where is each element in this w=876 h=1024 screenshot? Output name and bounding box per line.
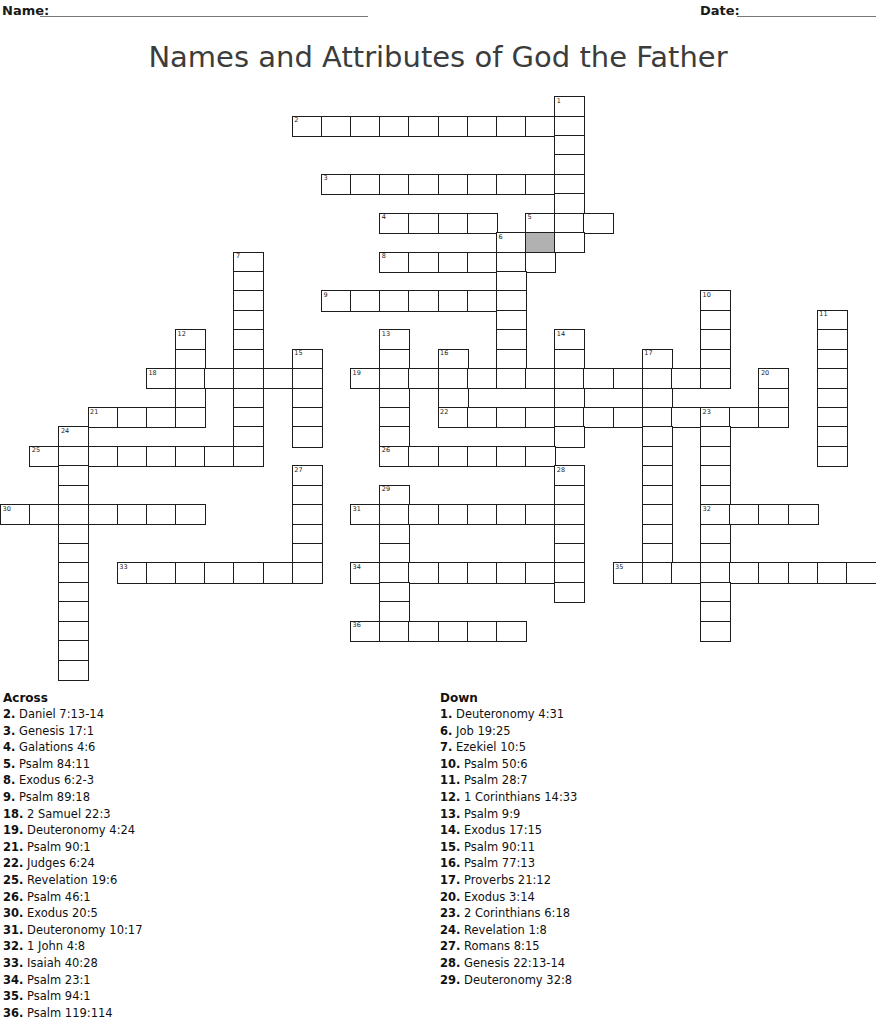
grid-cell[interactable]	[233, 407, 264, 428]
clue-number: 23	[703, 409, 711, 416]
grid-cell[interactable]: 4	[379, 213, 410, 234]
grid-cell[interactable]	[700, 485, 731, 506]
clue-item-text: Deuteronomy 4:31	[452, 707, 564, 721]
grid-cell[interactable]	[438, 621, 469, 642]
grid-cell[interactable]	[758, 388, 789, 409]
grid-cell[interactable]: 24	[58, 426, 89, 447]
grid-cell[interactable]: 36	[350, 621, 381, 642]
grid-cell[interactable]	[379, 621, 410, 642]
grid-cell[interactable]: 6	[496, 232, 527, 253]
clue-number: 2	[294, 117, 298, 124]
grid-cell[interactable]	[700, 446, 731, 467]
clue-item-number: 33.	[3, 956, 23, 970]
grid-cell[interactable]	[642, 368, 673, 389]
grid-cell[interactable]	[642, 388, 673, 409]
clue-item-text: Psalm 28:7	[460, 773, 527, 787]
grid-cell[interactable]	[583, 368, 614, 389]
grid-cell[interactable]	[438, 116, 469, 137]
grid-cell[interactable]	[642, 504, 673, 525]
grid-cell[interactable]	[146, 446, 177, 467]
grid-cell[interactable]	[292, 426, 323, 447]
grid-cell[interactable]: 26	[379, 446, 410, 467]
clue-item-number: 6.	[440, 724, 452, 738]
grid-cell[interactable]	[496, 407, 527, 428]
grid-cell[interactable]: 19	[350, 368, 381, 389]
clue-item-number: 3.	[3, 724, 15, 738]
grid-cell[interactable]	[88, 446, 119, 467]
clue-item: 8. Exodus 6:2-3	[3, 772, 433, 789]
grid-cell[interactable]	[467, 213, 498, 234]
clue-item-number: 23.	[440, 906, 460, 920]
grid-cell[interactable]: 2	[292, 116, 323, 137]
grid-cell[interactable]	[496, 368, 527, 389]
clue-number: 24	[61, 428, 69, 435]
grid-cell[interactable]: 13	[379, 329, 410, 350]
clue-item-text: Exodus 6:2-3	[15, 773, 94, 787]
grid-cell[interactable]	[817, 446, 848, 467]
grid-cell[interactable]	[350, 290, 381, 311]
grid-cell[interactable]	[408, 368, 439, 389]
grid-cell[interactable]	[700, 601, 731, 622]
grid-cell[interactable]	[379, 582, 410, 603]
clue-item-number: 30.	[3, 906, 23, 920]
clue-item-text: Psalm 90:1	[23, 840, 90, 854]
grid-cell[interactable]	[438, 388, 469, 409]
grid-cell[interactable]	[408, 174, 439, 195]
grid-cell[interactable]	[554, 349, 585, 370]
clue-item: 36. Psalm 119:114	[3, 1005, 433, 1022]
grid-cell[interactable]	[379, 290, 410, 311]
grid-cell[interactable]	[350, 116, 381, 137]
grid-cell[interactable]	[554, 116, 585, 137]
grid-cell[interactable]	[233, 388, 264, 409]
grid-cell[interactable]	[292, 368, 323, 389]
grid-cell[interactable]	[525, 407, 556, 428]
clue-item-text: Exodus 17:15	[460, 823, 542, 837]
grid-cell[interactable]	[758, 504, 789, 525]
grid-cell[interactable]	[408, 116, 439, 137]
name-input-line[interactable]	[40, 16, 368, 17]
grid-cell[interactable]	[379, 426, 410, 447]
grid-cell[interactable]	[671, 368, 702, 389]
grid-cell[interactable]	[438, 368, 469, 389]
clue-item-number: 16.	[440, 856, 460, 870]
grid-cell[interactable]	[496, 174, 527, 195]
grid-cell[interactable]	[408, 290, 439, 311]
grid-cell[interactable]	[788, 562, 819, 583]
clue-item-number: 25.	[3, 873, 23, 887]
grid-cell[interactable]	[758, 407, 789, 428]
grid-cell[interactable]	[58, 660, 89, 681]
grid-cell[interactable]	[146, 562, 177, 583]
grid-cell[interactable]	[788, 504, 819, 525]
clue-item-number: 34.	[3, 973, 23, 987]
grid-cell[interactable]: 20	[758, 368, 789, 389]
grid-cell[interactable]	[729, 504, 760, 525]
grid-cell[interactable]	[642, 524, 673, 545]
shaded-cell[interactable]	[525, 232, 556, 253]
grid-cell[interactable]	[379, 174, 410, 195]
grid-cell[interactable]	[671, 407, 702, 428]
grid-cell[interactable]: 34	[350, 562, 381, 583]
clue-number: 6	[498, 234, 502, 241]
grid-cell[interactable]	[408, 252, 439, 273]
grid-cell[interactable]	[408, 213, 439, 234]
grid-cell[interactable]	[408, 446, 439, 467]
grid-cell[interactable]: 7	[233, 252, 264, 273]
grid-cell[interactable]	[350, 174, 381, 195]
grid-cell[interactable]: 10	[700, 290, 731, 311]
clue-item-text: Job 19:25	[452, 724, 510, 738]
clue-number: 1	[557, 98, 561, 105]
clue-item: 17. Proverbs 21:12	[440, 872, 870, 889]
grid-cell[interactable]	[583, 407, 614, 428]
grid-cell[interactable]	[496, 271, 527, 292]
grid-cell[interactable]	[379, 349, 410, 370]
grid-cell[interactable]	[292, 407, 323, 428]
grid-cell[interactable]	[613, 407, 644, 428]
grid-cell[interactable]	[263, 562, 294, 583]
grid-cell[interactable]	[175, 407, 206, 428]
grid-cell[interactable]	[700, 582, 731, 603]
grid-cell[interactable]	[58, 582, 89, 603]
grid-cell[interactable]	[554, 562, 585, 583]
grid-cell[interactable]	[233, 368, 264, 389]
clue-item-text: Psalm 84:11	[15, 757, 90, 771]
grid-cell[interactable]	[379, 368, 410, 389]
grid-cell[interactable]	[58, 524, 89, 545]
clue-number: 10	[703, 292, 711, 299]
grid-cell[interactable]	[700, 329, 731, 350]
grid-cell[interactable]	[379, 407, 410, 428]
grid-cell[interactable]	[554, 368, 585, 389]
grid-cell[interactable]: 8	[379, 252, 410, 273]
grid-cell[interactable]	[379, 524, 410, 545]
grid-cell[interactable]	[204, 368, 235, 389]
grid-cell[interactable]: 17	[642, 349, 673, 370]
grid-cell[interactable]	[379, 601, 410, 622]
grid-cell[interactable]	[554, 388, 585, 409]
clue-item-text: Psalm 46:1	[23, 890, 90, 904]
grid-cell[interactable]	[671, 562, 702, 583]
clue-item: 9. Psalm 89:18	[3, 789, 433, 806]
grid-cell[interactable]	[175, 368, 206, 389]
grid-cell[interactable]	[525, 252, 556, 273]
clue-number: 13	[382, 331, 390, 338]
clue-number: 14	[557, 331, 565, 338]
grid-cell[interactable]	[554, 407, 585, 428]
clue-item: 27. Romans 8:15	[440, 938, 870, 955]
grid-cell[interactable]	[88, 504, 119, 525]
grid-cell[interactable]	[496, 329, 527, 350]
grid-cell[interactable]	[117, 504, 148, 525]
grid-cell[interactable]	[817, 562, 848, 583]
grid-cell[interactable]: 29	[379, 485, 410, 506]
grid-cell[interactable]: 18	[146, 368, 177, 389]
grid-cell[interactable]	[496, 310, 527, 331]
grid-cell[interactable]	[438, 290, 469, 311]
grid-cell[interactable]	[496, 116, 527, 137]
grid-cell[interactable]	[525, 116, 556, 137]
grid-cell[interactable]	[554, 135, 585, 156]
grid-cell[interactable]	[700, 426, 731, 447]
grid-cell[interactable]: 21	[88, 407, 119, 428]
clue-number: 30	[3, 506, 11, 513]
clue-item-number: 11.	[440, 773, 460, 787]
grid-cell[interactable]: 11	[817, 310, 848, 331]
grid-cell[interactable]: 23	[700, 407, 731, 428]
grid-cell[interactable]	[642, 426, 673, 447]
clue-item: 7. Ezekiel 10:5	[440, 739, 870, 756]
clue-item-text: Deuteronomy 10:17	[23, 923, 142, 937]
grid-cell[interactable]	[496, 252, 527, 273]
grid-cell[interactable]	[525, 174, 556, 195]
grid-cell[interactable]	[175, 504, 206, 525]
grid-cell[interactable]	[554, 485, 585, 506]
grid-cell[interactable]	[613, 368, 644, 389]
clue-number: 27	[294, 467, 302, 474]
grid-cell[interactable]	[117, 446, 148, 467]
grid-cell[interactable]	[438, 504, 469, 525]
grid-cell[interactable]	[554, 426, 585, 447]
grid-cell[interactable]	[554, 232, 585, 253]
grid-cell[interactable]	[496, 446, 527, 467]
grid-cell[interactable]	[438, 446, 469, 467]
grid-cell[interactable]	[554, 154, 585, 175]
grid-cell[interactable]	[700, 465, 731, 486]
grid-cell[interactable]	[525, 368, 556, 389]
grid-cell[interactable]	[554, 193, 585, 214]
grid-cell[interactable]	[467, 407, 498, 428]
clue-item-text: Revelation 19:6	[23, 873, 117, 887]
grid-cell[interactable]	[408, 504, 439, 525]
grid-cell[interactable]	[554, 504, 585, 525]
grid-cell[interactable]	[846, 562, 876, 583]
grid-cell[interactable]: 28	[554, 465, 585, 486]
grid-cell[interactable]	[175, 388, 206, 409]
grid-cell[interactable]	[146, 407, 177, 428]
grid-cell[interactable]	[292, 504, 323, 525]
clue-item-text: Isaiah 40:28	[23, 956, 97, 970]
grid-cell[interactable]	[438, 213, 469, 234]
grid-cell[interactable]	[700, 524, 731, 545]
grid-cell[interactable]	[729, 562, 760, 583]
grid-cell[interactable]	[817, 329, 848, 350]
grid-cell[interactable]	[438, 252, 469, 273]
clue-item-text: Exodus 20:5	[23, 906, 97, 920]
grid-cell[interactable]	[496, 504, 527, 525]
grid-cell[interactable]: 3	[321, 174, 352, 195]
grid-cell[interactable]	[233, 446, 264, 467]
clue-number: 12	[178, 331, 186, 338]
grid-cell[interactable]	[496, 290, 527, 311]
grid-cell[interactable]	[729, 407, 760, 428]
grid-cell[interactable]	[554, 582, 585, 603]
grid-cell[interactable]	[146, 504, 177, 525]
grid-cell[interactable]	[408, 562, 439, 583]
grid-cell[interactable]	[233, 329, 264, 350]
grid-cell[interactable]	[700, 543, 731, 564]
clue-number: 28	[557, 467, 565, 474]
grid-cell[interactable]	[58, 621, 89, 642]
across-title: Across	[3, 690, 433, 706]
grid-cell[interactable]: 5	[525, 213, 556, 234]
grid-cell[interactable]	[467, 290, 498, 311]
grid-cell[interactable]	[467, 562, 498, 583]
grid-cell[interactable]	[58, 543, 89, 564]
grid-cell[interactable]	[58, 465, 89, 486]
grid-cell[interactable]	[817, 349, 848, 370]
grid-cell[interactable]	[29, 504, 60, 525]
grid-cell[interactable]	[408, 621, 439, 642]
grid-cell[interactable]: 1	[554, 96, 585, 117]
grid-cell[interactable]	[292, 562, 323, 583]
clue-item-number: 35.	[3, 989, 23, 1003]
grid-cell[interactable]	[204, 446, 235, 467]
grid-cell[interactable]	[467, 116, 498, 137]
grid-cell[interactable]	[700, 368, 731, 389]
down-clues: Down 1. Deuteronomy 4:316. Job 19:257. E…	[440, 690, 870, 988]
clue-item: 13. Psalm 9:9	[440, 806, 870, 823]
grid-cell[interactable]	[496, 621, 527, 642]
grid-cell[interactable]	[233, 349, 264, 370]
clue-item-text: Deuteronomy 32:8	[460, 973, 572, 987]
grid-cell[interactable]	[525, 446, 556, 467]
grid-cell[interactable]	[58, 601, 89, 622]
grid-cell[interactable]	[467, 504, 498, 525]
grid-cell[interactable]	[379, 388, 410, 409]
grid-cell[interactable]	[642, 562, 673, 583]
grid-cell[interactable]	[204, 562, 235, 583]
grid-cell[interactable]	[292, 524, 323, 545]
grid-cell[interactable]	[175, 562, 206, 583]
clue-item-text: Psalm 77:13	[460, 856, 535, 870]
grid-cell[interactable]	[642, 407, 673, 428]
grid-cell[interactable]	[58, 446, 89, 467]
grid-cell[interactable]	[58, 562, 89, 583]
grid-cell[interactable]	[175, 446, 206, 467]
grid-cell[interactable]: 15	[292, 349, 323, 370]
grid-cell[interactable]	[554, 174, 585, 195]
clue-item-number: 32.	[3, 939, 23, 953]
grid-cell[interactable]: 16	[438, 349, 469, 370]
clue-number: 8	[382, 253, 386, 260]
grid-cell[interactable]	[117, 407, 148, 428]
grid-cell[interactable]	[554, 524, 585, 545]
grid-cell[interactable]	[700, 562, 731, 583]
grid-cell[interactable]	[583, 213, 614, 234]
grid-cell[interactable]	[642, 446, 673, 467]
grid-cell[interactable]	[58, 485, 89, 506]
grid-cell[interactable]	[817, 407, 848, 428]
clue-item-number: 18.	[3, 807, 23, 821]
grid-cell[interactable]	[554, 543, 585, 564]
grid-cell[interactable]	[525, 562, 556, 583]
grid-cell[interactable]: 27	[292, 465, 323, 486]
grid-cell[interactable]	[467, 174, 498, 195]
clue-item: 6. Job 19:25	[440, 723, 870, 740]
clue-item-text: Ezekiel 10:5	[452, 740, 526, 754]
grid-cell[interactable]	[233, 426, 264, 447]
grid-cell[interactable]: 14	[554, 329, 585, 350]
grid-cell[interactable]	[233, 310, 264, 331]
grid-cell[interactable]	[496, 349, 527, 370]
grid-cell[interactable]	[467, 368, 498, 389]
grid-cell[interactable]	[292, 543, 323, 564]
clue-item-text: 2 Corinthians 6:18	[460, 906, 570, 920]
clue-number: 19	[353, 370, 361, 377]
grid-cell[interactable]	[467, 621, 498, 642]
grid-cell[interactable]	[292, 388, 323, 409]
grid-cell[interactable]	[817, 368, 848, 389]
clue-item-text: Genesis 22:13-14	[460, 956, 565, 970]
grid-cell[interactable]: 33	[117, 562, 148, 583]
grid-cell[interactable]	[175, 349, 206, 370]
clue-item: 16. Psalm 77:13	[440, 855, 870, 872]
grid-cell[interactable]	[263, 368, 294, 389]
grid-cell[interactable]: 9	[321, 290, 352, 311]
date-input-line[interactable]	[737, 16, 876, 17]
clue-item-text: Psalm 23:1	[23, 973, 90, 987]
grid-cell[interactable]	[642, 485, 673, 506]
grid-cell[interactable]	[700, 349, 731, 370]
grid-cell[interactable]	[233, 271, 264, 292]
grid-cell[interactable]	[467, 252, 498, 273]
grid-cell[interactable]: 30	[0, 504, 31, 525]
grid-cell[interactable]	[758, 562, 789, 583]
grid-cell[interactable]	[321, 116, 352, 137]
grid-cell[interactable]	[817, 426, 848, 447]
grid-cell[interactable]	[379, 116, 410, 137]
grid-cell[interactable]	[438, 174, 469, 195]
grid-cell[interactable]: 25	[29, 446, 60, 467]
grid-cell[interactable]	[379, 562, 410, 583]
date-label: Date:	[700, 3, 740, 18]
grid-cell[interactable]: 12	[175, 329, 206, 350]
grid-cell[interactable]	[817, 388, 848, 409]
grid-cell[interactable]	[700, 310, 731, 331]
grid-cell[interactable]	[467, 446, 498, 467]
grid-cell[interactable]	[642, 543, 673, 564]
clue-item: 34. Psalm 23:1	[3, 972, 433, 989]
grid-cell[interactable]	[233, 290, 264, 311]
grid-cell[interactable]	[233, 562, 264, 583]
clue-item-text: 1 John 4:8	[23, 939, 85, 953]
clue-item: 14. Exodus 17:15	[440, 822, 870, 839]
clue-item-text: 2 Samuel 22:3	[23, 807, 110, 821]
grid-cell[interactable]	[438, 562, 469, 583]
grid-cell[interactable]	[700, 621, 731, 642]
clue-item: 28. Genesis 22:13-14	[440, 955, 870, 972]
grid-cell[interactable]: 31	[350, 504, 381, 525]
grid-cell[interactable]	[525, 504, 556, 525]
grid-cell[interactable]: 22	[438, 407, 469, 428]
crossword-page: Name: Date: Names and Attributes of God …	[0, 0, 876, 1024]
grid-cell[interactable]	[379, 543, 410, 564]
grid-cell[interactable]	[58, 640, 89, 661]
grid-cell[interactable]: 32	[700, 504, 731, 525]
grid-cell[interactable]	[379, 504, 410, 525]
grid-cell[interactable]: 35	[613, 562, 644, 583]
grid-cell[interactable]	[292, 485, 323, 506]
grid-cell[interactable]	[642, 465, 673, 486]
grid-cell[interactable]	[58, 504, 89, 525]
clue-item-number: 19.	[3, 823, 23, 837]
clue-item-number: 10.	[440, 757, 460, 771]
grid-cell[interactable]	[554, 213, 585, 234]
clue-item-text: Romans 8:15	[460, 939, 539, 953]
grid-cell[interactable]	[496, 562, 527, 583]
